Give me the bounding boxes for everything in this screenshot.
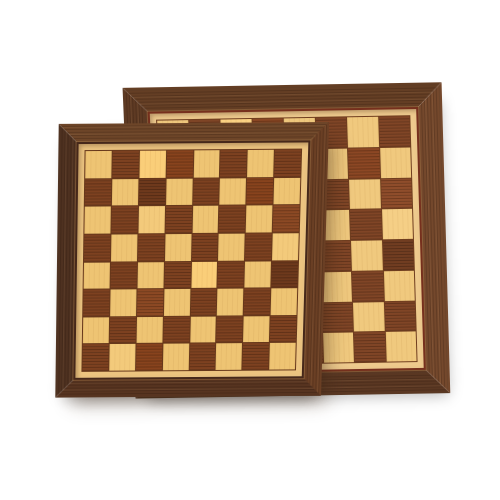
square-c6 bbox=[138, 206, 164, 233]
square-b5 bbox=[111, 234, 137, 261]
square-b8 bbox=[112, 151, 138, 178]
square-h1 bbox=[269, 343, 295, 369]
square-f2 bbox=[217, 316, 243, 343]
squares-grid bbox=[81, 149, 302, 372]
square-a4 bbox=[84, 262, 110, 289]
square-h4 bbox=[382, 240, 413, 270]
square-d6 bbox=[165, 206, 191, 233]
square-b2 bbox=[110, 317, 136, 344]
square-d3 bbox=[164, 289, 190, 316]
square-c8 bbox=[139, 151, 166, 178]
square-d2 bbox=[163, 317, 189, 344]
square-g5 bbox=[245, 233, 272, 260]
square-d1 bbox=[163, 344, 189, 370]
square-h8 bbox=[274, 150, 301, 177]
product-photo-scene bbox=[0, 0, 500, 500]
square-a2 bbox=[83, 317, 109, 344]
square-c7 bbox=[139, 178, 165, 205]
square-f1 bbox=[216, 343, 242, 369]
square-a3 bbox=[83, 290, 109, 317]
square-g7 bbox=[348, 148, 380, 178]
square-g8 bbox=[247, 150, 274, 177]
square-e1 bbox=[189, 344, 215, 370]
square-g8 bbox=[347, 117, 379, 148]
square-f5 bbox=[218, 233, 245, 260]
square-c1 bbox=[136, 344, 162, 370]
square-h5 bbox=[382, 209, 413, 239]
frame-top-rail bbox=[58, 122, 329, 142]
square-g1 bbox=[354, 332, 385, 362]
square-f1 bbox=[323, 333, 354, 363]
square-e3 bbox=[190, 289, 216, 316]
square-g2 bbox=[353, 302, 384, 332]
square-a8 bbox=[85, 151, 111, 178]
square-b4 bbox=[110, 262, 136, 289]
square-e4 bbox=[191, 261, 217, 288]
square-e8 bbox=[193, 150, 220, 177]
square-h6 bbox=[273, 205, 300, 232]
square-f8 bbox=[220, 150, 247, 177]
square-g6 bbox=[246, 206, 273, 233]
square-f4 bbox=[218, 261, 244, 288]
square-h3 bbox=[271, 288, 298, 315]
square-g1 bbox=[243, 343, 269, 369]
square-g3 bbox=[244, 288, 270, 315]
square-g4 bbox=[351, 240, 382, 270]
square-g5 bbox=[350, 210, 381, 240]
square-h1 bbox=[385, 332, 416, 362]
square-h8 bbox=[379, 116, 411, 147]
square-h2 bbox=[384, 301, 415, 331]
square-g7 bbox=[247, 178, 274, 205]
square-a5 bbox=[84, 234, 110, 261]
square-e6 bbox=[192, 206, 219, 233]
square-d5 bbox=[165, 234, 191, 261]
square-c3 bbox=[137, 289, 163, 316]
square-h7 bbox=[274, 178, 301, 205]
square-c5 bbox=[138, 234, 164, 261]
square-c2 bbox=[136, 317, 162, 344]
square-b1 bbox=[109, 344, 135, 370]
square-a1 bbox=[82, 344, 108, 370]
square-h5 bbox=[272, 233, 299, 260]
square-h4 bbox=[271, 261, 298, 288]
square-g4 bbox=[245, 261, 272, 288]
square-e7 bbox=[193, 178, 220, 205]
square-a7 bbox=[85, 179, 111, 206]
square-e5 bbox=[192, 234, 218, 261]
square-c4 bbox=[137, 262, 163, 289]
square-g3 bbox=[352, 271, 383, 301]
square-h2 bbox=[270, 316, 296, 343]
square-g6 bbox=[349, 179, 380, 209]
square-b7 bbox=[112, 179, 138, 206]
square-h6 bbox=[381, 178, 412, 208]
square-b3 bbox=[110, 289, 136, 316]
frame-bottom-rail bbox=[55, 378, 321, 398]
square-d4 bbox=[164, 262, 190, 289]
board-margin bbox=[73, 140, 310, 379]
square-f2 bbox=[322, 302, 353, 332]
square-h7 bbox=[380, 147, 411, 177]
square-b6 bbox=[111, 206, 137, 233]
square-f6 bbox=[219, 206, 246, 233]
square-e2 bbox=[190, 316, 216, 343]
square-f3 bbox=[217, 289, 243, 316]
square-f7 bbox=[220, 178, 247, 205]
square-f3 bbox=[321, 272, 352, 302]
square-d7 bbox=[166, 178, 193, 205]
square-d8 bbox=[166, 150, 193, 177]
square-h3 bbox=[383, 271, 414, 301]
square-g2 bbox=[243, 316, 269, 343]
square-a6 bbox=[84, 207, 110, 234]
chessboard-front bbox=[55, 122, 329, 398]
